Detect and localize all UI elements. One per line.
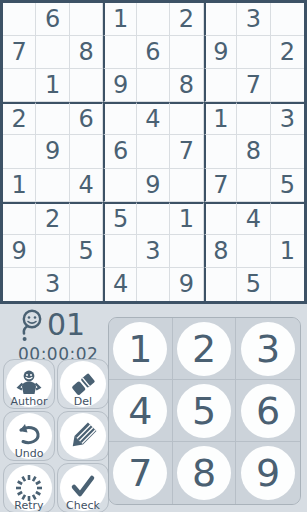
board-cell-r6c5[interactable]: 9 — [137, 169, 170, 202]
numpad-digit: 8 — [177, 446, 231, 500]
numpad-button-8[interactable]: 8 — [173, 442, 237, 504]
puzzle-face-icon — [16, 308, 46, 344]
author-button[interactable]: Author — [3, 359, 55, 409]
numpad-button-5[interactable]: 5 — [173, 380, 237, 442]
number-pad: 123456789 — [108, 317, 301, 505]
board-cell-r1c4[interactable]: 1 — [103, 3, 136, 36]
retry-label: Retry — [4, 500, 54, 511]
author-label: Author — [4, 396, 54, 407]
board-cell-r7c7[interactable] — [204, 202, 237, 235]
board-cell-r6c2[interactable] — [36, 169, 69, 202]
board-cell-r8c7[interactable]: 8 — [204, 235, 237, 268]
board-cell-r8c9[interactable]: 1 — [271, 235, 304, 268]
board-cell-r9c8[interactable]: 5 — [237, 268, 270, 301]
board-cell-r3c2[interactable]: 1 — [36, 69, 69, 102]
puzzle-number: 01 — [47, 308, 85, 341]
board-cell-r3c9[interactable] — [271, 69, 304, 102]
board-cell-r4c7[interactable]: 1 — [204, 102, 237, 135]
board-cell-r5c6[interactable]: 7 — [170, 135, 203, 168]
board-cell-r7c9[interactable] — [271, 202, 304, 235]
controls-grid: Author Del — [3, 359, 109, 512]
board-cell-r8c5[interactable]: 3 — [137, 235, 170, 268]
board-cell-r4c1[interactable]: 2 — [3, 102, 36, 135]
numpad-digit: 3 — [241, 322, 295, 376]
board-cell-r3c5[interactable] — [137, 69, 170, 102]
board-cell-r7c3[interactable] — [70, 202, 103, 235]
board-cell-r7c8[interactable]: 4 — [237, 202, 270, 235]
board-cell-r4c3[interactable]: 6 — [70, 102, 103, 135]
board-cell-r6c4[interactable] — [103, 169, 136, 202]
undo-label: Undo — [4, 448, 54, 459]
board-cell-r3c6[interactable]: 8 — [170, 69, 203, 102]
board-cell-r7c1[interactable] — [3, 202, 36, 235]
check-label: Check — [58, 500, 108, 511]
numpad-digit: 4 — [113, 384, 167, 438]
sudoku-app-screen: 6123786921987264139678149752514953813495… — [0, 0, 307, 512]
board-cell-r2c5[interactable]: 6 — [137, 36, 170, 69]
board-cell-r6c3[interactable]: 4 — [70, 169, 103, 202]
board-cell-r4c5[interactable]: 4 — [137, 102, 170, 135]
board-cell-r9c1[interactable] — [3, 268, 36, 301]
numpad-button-6[interactable]: 6 — [236, 380, 300, 442]
board-cell-r2c9[interactable]: 2 — [271, 36, 304, 69]
board-cell-r9c2[interactable]: 3 — [36, 268, 69, 301]
board-cell-r5c8[interactable]: 8 — [237, 135, 270, 168]
puzzle-info: 01 00:00:02 — [16, 308, 116, 364]
board-cell-r2c3[interactable]: 8 — [70, 36, 103, 69]
board-cell-r1c9[interactable] — [271, 3, 304, 36]
board-cell-r4c6[interactable] — [170, 102, 203, 135]
board-cell-r5c1[interactable] — [3, 135, 36, 168]
board-cell-r9c6[interactable]: 9 — [170, 268, 203, 301]
board-cell-r7c5[interactable] — [137, 202, 170, 235]
board-cell-r2c4[interactable] — [103, 36, 136, 69]
numpad-button-7[interactable]: 7 — [109, 442, 173, 504]
board-cell-r8c4[interactable] — [103, 235, 136, 268]
board-cell-r9c9[interactable] — [271, 268, 304, 301]
board-cell-r4c8[interactable] — [237, 102, 270, 135]
board-cell-r3c4[interactable]: 9 — [103, 69, 136, 102]
board-cell-r5c3[interactable] — [70, 135, 103, 168]
board-cell-r6c8[interactable] — [237, 169, 270, 202]
numpad-digit: 7 — [113, 446, 167, 500]
pencil-button[interactable] — [57, 411, 109, 461]
control-panel: 01 00:00:02 Author — [0, 304, 307, 512]
board-cell-r2c2[interactable] — [36, 36, 69, 69]
delete-button[interactable]: Del — [57, 359, 109, 409]
numpad-digit: 6 — [241, 384, 295, 438]
delete-label: Del — [58, 396, 108, 407]
board-cell-r4c2[interactable] — [36, 102, 69, 135]
numpad-button-2[interactable]: 2 — [173, 318, 237, 380]
board-cell-r2c6[interactable] — [170, 36, 203, 69]
numpad-button-4[interactable]: 4 — [109, 380, 173, 442]
board-cell-r6c9[interactable]: 5 — [271, 169, 304, 202]
sudoku-board: 6123786921987264139678149752514953813495 — [0, 0, 307, 304]
board-cell-r2c8[interactable] — [237, 36, 270, 69]
numpad-digit: 2 — [177, 322, 231, 376]
board-cell-r6c7[interactable]: 7 — [204, 169, 237, 202]
board-cell-r5c9[interactable] — [271, 135, 304, 168]
board-cell-r3c8[interactable]: 7 — [237, 69, 270, 102]
undo-button[interactable]: Undo — [3, 411, 55, 461]
board-cell-r6c1[interactable]: 1 — [3, 169, 36, 202]
board-cell-r3c3[interactable] — [70, 69, 103, 102]
numpad-digit: 1 — [113, 322, 167, 376]
board-cell-r1c1[interactable] — [3, 3, 36, 36]
board-cell-r5c4[interactable]: 6 — [103, 135, 136, 168]
retry-button[interactable]: Retry — [3, 463, 55, 512]
numpad-digit: 5 — [177, 384, 231, 438]
board-cell-r5c2[interactable]: 9 — [36, 135, 69, 168]
board-cell-r4c4[interactable] — [103, 102, 136, 135]
board-cell-r4c9[interactable]: 3 — [271, 102, 304, 135]
board-cell-r3c1[interactable] — [3, 69, 36, 102]
numpad-digit: 9 — [241, 446, 295, 500]
board-cell-r1c5[interactable] — [137, 3, 170, 36]
board-cell-r9c7[interactable] — [204, 268, 237, 301]
pencil-icon — [60, 413, 106, 459]
board-cell-r5c7[interactable] — [204, 135, 237, 168]
board-cell-r3c7[interactable] — [204, 69, 237, 102]
board-cell-r2c1[interactable]: 7 — [3, 36, 36, 69]
board-cell-r7c4[interactable]: 5 — [103, 202, 136, 235]
board-cell-r8c6[interactable] — [170, 235, 203, 268]
board-cell-r5c5[interactable] — [137, 135, 170, 168]
board-cell-r7c2[interactable]: 2 — [36, 202, 69, 235]
board-cell-r1c8[interactable]: 3 — [237, 3, 270, 36]
board-cell-r1c6[interactable]: 2 — [170, 3, 203, 36]
numpad-button-9[interactable]: 9 — [236, 442, 300, 504]
board-cell-r1c3[interactable] — [70, 3, 103, 36]
check-button[interactable]: Check — [57, 463, 109, 512]
board-cell-r1c7[interactable] — [204, 3, 237, 36]
board-cell-r2c7[interactable]: 9 — [204, 36, 237, 69]
board-cell-r9c4[interactable]: 4 — [103, 268, 136, 301]
board-cell-r9c3[interactable] — [70, 268, 103, 301]
board-cell-r8c1[interactable]: 9 — [3, 235, 36, 268]
numpad-button-1[interactable]: 1 — [109, 318, 173, 380]
board-cell-r1c2[interactable]: 6 — [36, 3, 69, 36]
board-cell-r7c6[interactable]: 1 — [170, 202, 203, 235]
board-cell-r6c6[interactable] — [170, 169, 203, 202]
board-cell-r8c3[interactable]: 5 — [70, 235, 103, 268]
board-cell-r8c2[interactable] — [36, 235, 69, 268]
numpad-button-3[interactable]: 3 — [236, 318, 300, 380]
board-cell-r9c5[interactable] — [137, 268, 170, 301]
board-cell-r8c8[interactable] — [237, 235, 270, 268]
